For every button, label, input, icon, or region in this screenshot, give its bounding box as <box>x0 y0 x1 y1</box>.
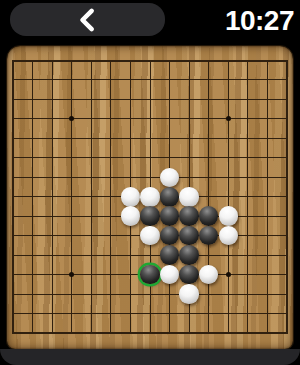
stone-black-i11 <box>160 245 180 265</box>
stone-black-j9 <box>179 206 199 226</box>
stone-black-k10 <box>199 226 219 246</box>
stone-black-j12 <box>179 265 199 285</box>
watch-screen: 10:27 <box>0 0 300 365</box>
star-point <box>226 116 231 121</box>
stone-black-j11 <box>179 245 199 265</box>
star-point <box>69 116 74 121</box>
stone-black-h12-last-move <box>140 265 160 285</box>
chevron-left-icon <box>77 7 99 33</box>
stone-black-k9 <box>199 206 219 226</box>
stone-white-j13 <box>179 284 199 304</box>
stone-black-j10 <box>179 226 199 246</box>
stone-black-i8 <box>160 187 180 207</box>
stone-white-h10 <box>140 226 160 246</box>
stone-white-g9 <box>121 206 141 226</box>
clock: 10:27 <box>225 7 294 35</box>
star-point <box>226 272 231 277</box>
stone-white-l10 <box>219 226 239 246</box>
stone-black-h9 <box>140 206 160 226</box>
star-point <box>69 272 74 277</box>
stone-black-i10 <box>160 226 180 246</box>
grid-line-horizontal <box>12 332 288 334</box>
grid-line-horizontal <box>12 294 288 295</box>
stone-white-g8 <box>121 187 141 207</box>
grid-line-horizontal <box>12 313 288 314</box>
stone-white-i12 <box>160 265 180 285</box>
grid-line-vertical <box>267 60 268 335</box>
stone-white-l9 <box>219 206 239 226</box>
stone-white-j8 <box>179 187 199 207</box>
grid-line-vertical <box>286 60 288 335</box>
board[interactable] <box>7 46 293 349</box>
bottom-bezel-bar <box>0 349 300 365</box>
stone-white-h8 <box>140 187 160 207</box>
stone-white-k12 <box>199 265 219 285</box>
status-bar: 10:27 <box>0 0 300 45</box>
stone-black-i9 <box>160 206 180 226</box>
stone-white-i7 <box>160 168 180 188</box>
back-button[interactable] <box>10 3 165 36</box>
